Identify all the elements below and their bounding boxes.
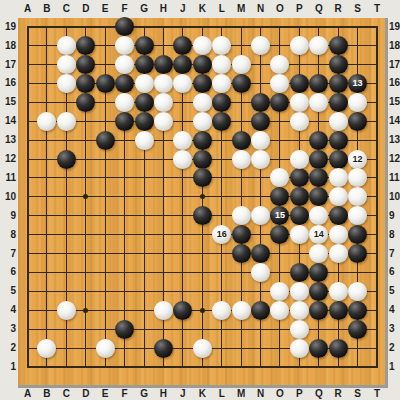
stone-white-R8[interactable] bbox=[329, 225, 348, 244]
stone-white-O4[interactable] bbox=[270, 301, 289, 320]
stone-black-R9[interactable] bbox=[329, 206, 348, 225]
row-label-right: 6 bbox=[389, 266, 400, 277]
column-label-bottom: B bbox=[40, 388, 54, 399]
column-label-top: C bbox=[59, 3, 73, 14]
column-label-top: N bbox=[254, 3, 268, 14]
stone-white-O17[interactable] bbox=[270, 55, 289, 74]
row-label-right: 10 bbox=[389, 191, 400, 202]
stone-black-R4[interactable] bbox=[329, 301, 348, 320]
stone-black-E16[interactable] bbox=[96, 74, 115, 93]
stone-black-Q5[interactable] bbox=[309, 282, 328, 301]
column-label-bottom: G bbox=[137, 388, 151, 399]
stone-white-N6[interactable] bbox=[251, 263, 270, 282]
move-number-label: 16 bbox=[212, 225, 231, 244]
stone-black-O9[interactable]: 15 bbox=[270, 206, 289, 225]
stone-white-P15[interactable] bbox=[290, 93, 309, 112]
column-label-bottom: P bbox=[292, 388, 306, 399]
stone-black-O15[interactable] bbox=[270, 93, 289, 112]
stone-black-S4[interactable] bbox=[348, 301, 367, 320]
stone-white-C14[interactable] bbox=[57, 112, 76, 131]
row-label-right: 11 bbox=[389, 172, 400, 183]
stone-black-Q13[interactable] bbox=[309, 131, 328, 150]
stone-black-R17[interactable] bbox=[329, 55, 348, 74]
column-label-top: B bbox=[40, 3, 54, 14]
column-label-top: E bbox=[98, 3, 112, 14]
column-label-bottom: H bbox=[156, 388, 170, 399]
column-label-top: M bbox=[234, 3, 248, 14]
column-label-bottom: R bbox=[331, 388, 345, 399]
stone-black-D15[interactable] bbox=[76, 93, 95, 112]
column-label-bottom: F bbox=[118, 388, 132, 399]
stone-black-G14[interactable] bbox=[135, 112, 154, 131]
move-number-label: 13 bbox=[348, 74, 367, 93]
stone-white-K18[interactable] bbox=[193, 36, 212, 55]
stone-black-Q2[interactable] bbox=[309, 339, 328, 358]
stone-black-N14[interactable] bbox=[251, 112, 270, 131]
stone-black-H2[interactable] bbox=[154, 339, 173, 358]
column-label-bottom: T bbox=[370, 388, 384, 399]
row-label-left: 7 bbox=[2, 248, 16, 259]
row-label-left: 9 bbox=[2, 210, 16, 221]
column-label-bottom: M bbox=[234, 388, 248, 399]
column-label-bottom: L bbox=[215, 388, 229, 399]
row-label-left: 15 bbox=[2, 96, 16, 107]
row-label-right: 9 bbox=[389, 210, 400, 221]
column-label-top: P bbox=[292, 3, 306, 14]
star-point bbox=[83, 194, 88, 199]
row-label-left: 14 bbox=[2, 115, 16, 126]
row-label-left: 18 bbox=[2, 40, 16, 51]
stone-black-S7[interactable] bbox=[348, 244, 367, 263]
stone-black-C12[interactable] bbox=[57, 150, 76, 169]
stone-white-P4[interactable] bbox=[290, 301, 309, 320]
stone-black-K17[interactable] bbox=[193, 55, 212, 74]
stone-black-P10[interactable] bbox=[290, 187, 309, 206]
stone-black-N4[interactable] bbox=[251, 301, 270, 320]
row-label-left: 16 bbox=[2, 77, 16, 88]
column-label-bottom: K bbox=[195, 388, 209, 399]
stone-white-B2[interactable] bbox=[37, 339, 56, 358]
stone-white-K14[interactable] bbox=[193, 112, 212, 131]
stone-white-P14[interactable] bbox=[290, 112, 309, 131]
stone-white-P2[interactable] bbox=[290, 339, 309, 358]
stone-white-N18[interactable] bbox=[251, 36, 270, 55]
stone-black-Q11[interactable] bbox=[309, 168, 328, 187]
stone-black-L14[interactable] bbox=[212, 112, 231, 131]
stone-white-Q7[interactable] bbox=[309, 244, 328, 263]
row-label-left: 6 bbox=[2, 266, 16, 277]
stone-black-R13[interactable] bbox=[329, 131, 348, 150]
stone-black-J17[interactable] bbox=[173, 55, 192, 74]
stone-black-K12[interactable] bbox=[193, 150, 212, 169]
column-label-bottom: J bbox=[176, 388, 190, 399]
stone-black-L15[interactable] bbox=[212, 93, 231, 112]
row-label-right: 15 bbox=[389, 96, 400, 107]
column-label-top: J bbox=[176, 3, 190, 14]
column-label-bottom: C bbox=[59, 388, 73, 399]
stone-black-Q10[interactable] bbox=[309, 187, 328, 206]
stone-black-R15[interactable] bbox=[329, 93, 348, 112]
row-label-left: 10 bbox=[2, 191, 16, 202]
stone-black-K9[interactable] bbox=[193, 206, 212, 225]
stone-white-H16[interactable] bbox=[154, 74, 173, 93]
row-label-right: 16 bbox=[389, 77, 400, 88]
move-number-label: 14 bbox=[309, 225, 328, 244]
stone-white-P12[interactable] bbox=[290, 150, 309, 169]
stone-white-M4[interactable] bbox=[232, 301, 251, 320]
stone-white-S5[interactable] bbox=[348, 282, 367, 301]
column-label-bottom: D bbox=[79, 388, 93, 399]
row-label-right: 1 bbox=[389, 361, 400, 372]
stone-white-S10[interactable] bbox=[348, 187, 367, 206]
stone-white-C4[interactable] bbox=[57, 301, 76, 320]
stone-white-S15[interactable] bbox=[348, 93, 367, 112]
stone-black-H17[interactable] bbox=[154, 55, 173, 74]
stone-white-J12[interactable] bbox=[173, 150, 192, 169]
stone-black-K11[interactable] bbox=[193, 168, 212, 187]
stone-white-M12[interactable] bbox=[232, 150, 251, 169]
column-label-bottom: E bbox=[98, 388, 112, 399]
grid-line-horizontal bbox=[27, 366, 379, 368]
stone-black-R18[interactable] bbox=[329, 36, 348, 55]
stone-white-K15[interactable] bbox=[193, 93, 212, 112]
row-label-right: 7 bbox=[389, 248, 400, 259]
row-label-left: 2 bbox=[2, 342, 16, 353]
row-label-left: 19 bbox=[2, 21, 16, 32]
column-label-top: S bbox=[351, 3, 365, 14]
row-label-right: 18 bbox=[389, 40, 400, 51]
stone-white-C18[interactable] bbox=[57, 36, 76, 55]
column-label-bottom: O bbox=[273, 388, 287, 399]
stone-white-R5[interactable] bbox=[329, 282, 348, 301]
row-label-left: 5 bbox=[2, 285, 16, 296]
stone-black-N15[interactable] bbox=[251, 93, 270, 112]
stone-black-F14[interactable] bbox=[115, 112, 134, 131]
stone-white-Q15[interactable] bbox=[309, 93, 328, 112]
stone-white-N12[interactable] bbox=[251, 150, 270, 169]
row-label-right: 19 bbox=[389, 21, 400, 32]
star-point bbox=[200, 308, 205, 313]
stone-white-P18[interactable] bbox=[290, 36, 309, 55]
stone-white-S11[interactable] bbox=[348, 168, 367, 187]
stone-white-R10[interactable] bbox=[329, 187, 348, 206]
row-label-left: 8 bbox=[2, 229, 16, 240]
stone-white-R7[interactable] bbox=[329, 244, 348, 263]
column-label-top: Q bbox=[312, 3, 326, 14]
stone-black-D18[interactable] bbox=[76, 36, 95, 55]
stone-black-P16[interactable] bbox=[290, 74, 309, 93]
stone-black-F3[interactable] bbox=[115, 320, 134, 339]
stone-white-Q8[interactable]: 14 bbox=[309, 225, 328, 244]
stone-white-J13[interactable] bbox=[173, 131, 192, 150]
stone-black-J18[interactable] bbox=[173, 36, 192, 55]
stone-black-Q4[interactable] bbox=[309, 301, 328, 320]
stone-white-O16[interactable] bbox=[270, 74, 289, 93]
stone-white-M9[interactable] bbox=[232, 206, 251, 225]
stone-white-H15[interactable] bbox=[154, 93, 173, 112]
column-label-top: R bbox=[331, 3, 345, 14]
move-number-label: 12 bbox=[348, 150, 367, 169]
column-label-top: K bbox=[195, 3, 209, 14]
row-label-right: 4 bbox=[389, 304, 400, 315]
stone-white-M17[interactable] bbox=[232, 55, 251, 74]
row-label-right: 5 bbox=[389, 285, 400, 296]
stone-white-G13[interactable] bbox=[135, 131, 154, 150]
stone-white-H14[interactable] bbox=[154, 112, 173, 131]
stone-white-L18[interactable] bbox=[212, 36, 231, 55]
stone-white-N13[interactable] bbox=[251, 131, 270, 150]
move-number-label: 15 bbox=[270, 206, 289, 225]
stone-black-M16[interactable] bbox=[232, 74, 251, 93]
column-label-top: F bbox=[118, 3, 132, 14]
grid-line-horizontal bbox=[27, 26, 379, 28]
stone-black-S16[interactable]: 13 bbox=[348, 74, 367, 93]
star-point bbox=[200, 194, 205, 199]
column-label-top: O bbox=[273, 3, 287, 14]
column-label-top: T bbox=[370, 3, 384, 14]
stone-black-R12[interactable] bbox=[329, 150, 348, 169]
stone-white-J16[interactable] bbox=[173, 74, 192, 93]
stone-black-P11[interactable] bbox=[290, 168, 309, 187]
row-label-right: 12 bbox=[389, 153, 400, 164]
row-label-right: 14 bbox=[389, 115, 400, 126]
stone-black-O8[interactable] bbox=[270, 225, 289, 244]
row-label-left: 11 bbox=[2, 172, 16, 183]
column-label-top: D bbox=[79, 3, 93, 14]
row-label-right: 13 bbox=[389, 134, 400, 145]
stone-white-C16[interactable] bbox=[57, 74, 76, 93]
stone-white-P5[interactable] bbox=[290, 282, 309, 301]
stone-black-D16[interactable] bbox=[76, 74, 95, 93]
stone-white-F17[interactable] bbox=[115, 55, 134, 74]
stone-black-K16[interactable] bbox=[193, 74, 212, 93]
row-label-right: 17 bbox=[389, 59, 400, 70]
stone-black-J4[interactable] bbox=[173, 301, 192, 320]
stone-black-G18[interactable] bbox=[135, 36, 154, 55]
row-label-right: 2 bbox=[389, 342, 400, 353]
stone-white-N9[interactable] bbox=[251, 206, 270, 225]
row-label-left: 17 bbox=[2, 59, 16, 70]
go-board-app: 1315121614 ABCDEFGHJKLMNOPQRST ABCDEFGHJ… bbox=[0, 0, 400, 400]
column-label-top: L bbox=[215, 3, 229, 14]
column-label-bottom: N bbox=[254, 388, 268, 399]
stone-black-O10[interactable] bbox=[270, 187, 289, 206]
stone-white-S9[interactable] bbox=[348, 206, 367, 225]
stone-white-P3[interactable] bbox=[290, 320, 309, 339]
column-label-bottom: A bbox=[21, 388, 35, 399]
stone-black-S3[interactable] bbox=[348, 320, 367, 339]
stone-white-L4[interactable] bbox=[212, 301, 231, 320]
row-label-left: 4 bbox=[2, 304, 16, 315]
row-label-left: 13 bbox=[2, 134, 16, 145]
stone-white-R14[interactable] bbox=[329, 112, 348, 131]
stone-black-D17[interactable] bbox=[76, 55, 95, 74]
stone-black-R16[interactable] bbox=[329, 74, 348, 93]
row-label-left: 12 bbox=[2, 153, 16, 164]
column-label-top: H bbox=[156, 3, 170, 14]
star-point bbox=[83, 308, 88, 313]
column-label-bottom: Q bbox=[312, 388, 326, 399]
stone-black-E13[interactable] bbox=[96, 131, 115, 150]
stone-white-B14[interactable] bbox=[37, 112, 56, 131]
stone-black-S14[interactable] bbox=[348, 112, 367, 131]
stone-white-S12[interactable]: 12 bbox=[348, 150, 367, 169]
row-label-left: 3 bbox=[2, 323, 16, 334]
stone-white-L17[interactable] bbox=[212, 55, 231, 74]
stone-black-F19[interactable] bbox=[115, 17, 134, 36]
stone-white-E2[interactable] bbox=[96, 339, 115, 358]
stone-white-L8[interactable]: 16 bbox=[212, 225, 231, 244]
column-label-bottom: S bbox=[351, 388, 365, 399]
stone-white-H4[interactable] bbox=[154, 301, 173, 320]
row-label-right: 8 bbox=[389, 229, 400, 240]
stone-white-F18[interactable] bbox=[115, 36, 134, 55]
stone-black-G15[interactable] bbox=[135, 93, 154, 112]
stone-white-K2[interactable] bbox=[193, 339, 212, 358]
stone-black-Q12[interactable] bbox=[309, 150, 328, 169]
stone-black-F16[interactable] bbox=[115, 74, 134, 93]
stone-white-F15[interactable] bbox=[115, 93, 134, 112]
stone-white-G16[interactable] bbox=[135, 74, 154, 93]
stone-white-O11[interactable] bbox=[270, 168, 289, 187]
stone-white-C17[interactable] bbox=[57, 55, 76, 74]
stone-black-P6[interactable] bbox=[290, 263, 309, 282]
stone-white-Q18[interactable] bbox=[309, 36, 328, 55]
column-label-top: A bbox=[21, 3, 35, 14]
stone-black-M7[interactable] bbox=[232, 244, 251, 263]
stone-white-P8[interactable] bbox=[290, 225, 309, 244]
column-label-top: G bbox=[137, 3, 151, 14]
stone-white-Q9[interactable] bbox=[309, 206, 328, 225]
stone-black-M8[interactable] bbox=[232, 225, 251, 244]
stone-black-R2[interactable] bbox=[329, 339, 348, 358]
stone-black-Q6[interactable] bbox=[309, 263, 328, 282]
stone-black-N7[interactable] bbox=[251, 244, 270, 263]
stone-white-R11[interactable] bbox=[329, 168, 348, 187]
stone-black-P9[interactable] bbox=[290, 206, 309, 225]
stone-white-L16[interactable] bbox=[212, 74, 231, 93]
row-label-left: 1 bbox=[2, 361, 16, 372]
stone-white-O5[interactable] bbox=[270, 282, 289, 301]
stone-black-K13[interactable] bbox=[193, 131, 212, 150]
row-label-right: 3 bbox=[389, 323, 400, 334]
stone-black-M13[interactable] bbox=[232, 131, 251, 150]
grid-line-horizontal bbox=[27, 329, 379, 330]
stone-black-G17[interactable] bbox=[135, 55, 154, 74]
stone-black-Q16[interactable] bbox=[309, 74, 328, 93]
stone-black-S8[interactable] bbox=[348, 225, 367, 244]
board-right-edge-band bbox=[385, 18, 388, 388]
goban[interactable]: 1315121614 bbox=[18, 18, 385, 385]
